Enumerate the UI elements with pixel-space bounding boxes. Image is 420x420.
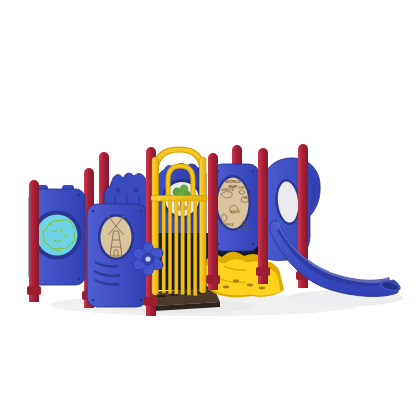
gate-rail (151, 196, 207, 202)
gate-stile (200, 157, 207, 293)
svg-text:N. AMERICA: N. AMERICA (219, 188, 234, 192)
post-collar (206, 275, 220, 284)
post-collar (27, 286, 41, 295)
post-icon (29, 180, 39, 302)
svg-text:AUSTRALIA: AUSTRALIA (237, 227, 252, 231)
svg-text:EUROPE: EUROPE (239, 186, 250, 190)
playground-product-photo: WORLD MAP N. AMERICA EUROPE ASIA AFRICA … (0, 0, 420, 420)
post-icon (258, 148, 268, 284)
post-collar (144, 297, 158, 306)
windmill-insert (101, 217, 132, 258)
post-collar (256, 267, 270, 276)
gate-stile (152, 157, 159, 295)
svg-text:ASIA: ASIA (244, 196, 250, 200)
world-map-panel: WORLD MAP N. AMERICA EUROPE ASIA AFRICA … (212, 164, 259, 251)
svg-text:AFRICA: AFRICA (230, 210, 240, 214)
svg-text:S. AMERICA: S. AMERICA (219, 223, 234, 227)
post-icon (208, 153, 218, 290)
playground-scene: WORLD MAP N. AMERICA EUROPE ASIA AFRICA … (0, 0, 420, 420)
